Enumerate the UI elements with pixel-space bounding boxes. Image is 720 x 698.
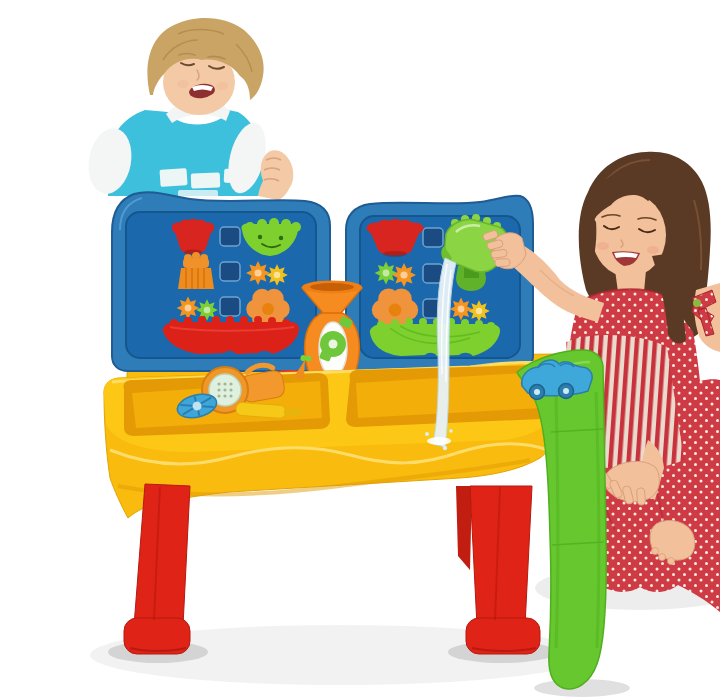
funnel-rim-inner [310, 283, 354, 291]
gear-yellow-lower-right [468, 300, 490, 322]
gear-orange-lower-left [177, 297, 200, 320]
girl-cheek-left [597, 242, 609, 250]
tie-knot [693, 299, 701, 307]
illustration-canvas [0, 0, 720, 698]
girl-cheek-right [647, 246, 659, 254]
boy-cheek-right [216, 82, 228, 90]
product-photo [0, 0, 720, 698]
gear-orange-lower-right [450, 298, 473, 321]
gear-green-right [375, 262, 398, 285]
gear-yellow-left [266, 264, 288, 286]
table-leg-right [456, 486, 540, 654]
boy-figure [84, 18, 298, 200]
left-activity-panel [112, 192, 330, 371]
peg-slots-left [220, 227, 240, 316]
boy-cheek-left [177, 80, 189, 88]
gear-orange-left [246, 261, 270, 285]
gear-orange-right [392, 263, 416, 287]
